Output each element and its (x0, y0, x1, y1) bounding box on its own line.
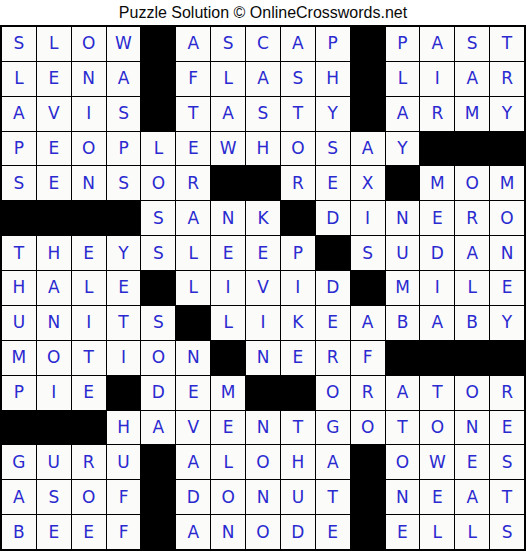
grid-cell: U (281, 480, 315, 514)
block-cell (211, 341, 245, 375)
grid-cell: T (2, 236, 36, 270)
grid-cell: R (281, 166, 315, 200)
block-cell (351, 97, 385, 131)
grid-cell: S (211, 27, 245, 61)
grid-cell: E (176, 132, 210, 166)
grid-cell: E (72, 236, 106, 270)
block-cell (2, 411, 36, 445)
grid-cell: G (316, 411, 350, 445)
grid-cell: L (455, 271, 489, 305)
grid-cell: U (37, 445, 71, 479)
grid-cell: P (2, 132, 36, 166)
grid-cell: E (420, 480, 454, 514)
grid-cell: Y (386, 132, 420, 166)
grid-cell: L (420, 515, 454, 549)
grid-cell: A (107, 62, 141, 96)
grid-cell: H (316, 62, 350, 96)
grid-cell: T (176, 97, 210, 131)
block-cell (37, 411, 71, 445)
grid-cell: A (420, 306, 454, 340)
block-cell (176, 306, 210, 340)
grid-cell: L (176, 236, 210, 270)
grid-cell: B (2, 515, 36, 549)
grid-cell: A (176, 27, 210, 61)
grid-cell: H (2, 271, 36, 305)
block-cell (141, 480, 175, 514)
grid-cell: I (281, 271, 315, 305)
grid-cell: A (176, 515, 210, 549)
grid-cell: N (211, 515, 245, 549)
grid-cell: I (37, 376, 71, 410)
grid-cell: O (72, 27, 106, 61)
grid-cell: M (420, 166, 454, 200)
block-cell (351, 515, 385, 549)
grid-cell: O (246, 445, 280, 479)
grid-cell: T (420, 376, 454, 410)
grid-cell: R (176, 166, 210, 200)
grid-cell: E (72, 515, 106, 549)
grid-cell: V (37, 97, 71, 131)
block-cell (490, 132, 524, 166)
crossword-grid: SLOWASCAPPASTLENAFLASHLIARAVISTASTYARMYP… (0, 25, 526, 551)
grid-cell: Y (316, 97, 350, 131)
block-cell (37, 201, 71, 235)
grid-cell: T (281, 97, 315, 131)
grid-cell: N (490, 236, 524, 270)
block-cell (107, 201, 141, 235)
grid-cell: M (490, 166, 524, 200)
grid-cell: A (246, 62, 280, 96)
block-cell (141, 27, 175, 61)
grid-cell: N (37, 306, 71, 340)
block-cell (107, 376, 141, 410)
grid-cell: T (316, 480, 350, 514)
grid-cell: E (37, 62, 71, 96)
grid-cell: E (420, 201, 454, 235)
grid-cell: N (72, 62, 106, 96)
grid-cell: S (490, 445, 524, 479)
block-cell (211, 166, 245, 200)
block-cell (246, 376, 280, 410)
grid-cell: L (211, 62, 245, 96)
block-cell (141, 515, 175, 549)
grid-cell: I (420, 62, 454, 96)
grid-cell: O (72, 132, 106, 166)
grid-cell: A (316, 445, 350, 479)
grid-cell: D (281, 515, 315, 549)
grid-cell: A (351, 132, 385, 166)
grid-cell: N (72, 166, 106, 200)
grid-cell: O (316, 376, 350, 410)
grid-cell: L (37, 27, 71, 61)
grid-cell: R (420, 97, 454, 131)
grid-cell: E (107, 271, 141, 305)
grid-cell: E (490, 411, 524, 445)
block-cell (281, 201, 315, 235)
grid-cell: L (176, 271, 210, 305)
grid-cell: N (246, 411, 280, 445)
grid-cell: N (246, 341, 280, 375)
grid-cell: A (176, 201, 210, 235)
grid-cell: O (351, 411, 385, 445)
grid-cell: E (72, 376, 106, 410)
grid-cell: E (386, 515, 420, 549)
grid-cell: L (211, 306, 245, 340)
grid-cell: N (455, 411, 489, 445)
grid-cell: R (490, 376, 524, 410)
grid-cell: P (386, 27, 420, 61)
grid-cell: P (2, 376, 36, 410)
grid-cell: D (316, 271, 350, 305)
grid-cell: A (386, 97, 420, 131)
grid-cell: H (246, 132, 280, 166)
grid-cell: H (107, 411, 141, 445)
grid-cell: A (281, 27, 315, 61)
grid-cell: O (490, 201, 524, 235)
grid-cell: W (107, 27, 141, 61)
block-cell (386, 341, 420, 375)
block-cell (455, 132, 489, 166)
grid-cell: K (246, 201, 280, 235)
grid-cell: D (141, 376, 175, 410)
grid-cell: A (386, 376, 420, 410)
grid-cell: R (72, 445, 106, 479)
grid-cell: E (211, 411, 245, 445)
block-cell (351, 27, 385, 61)
grid-cell: I (72, 97, 106, 131)
page-title: Puzzle Solution © OnlineCrosswords.net (0, 0, 526, 25)
grid-cell: F (351, 341, 385, 375)
block-cell (72, 411, 106, 445)
grid-cell: L (386, 62, 420, 96)
block-cell (141, 445, 175, 479)
grid-cell: P (316, 27, 350, 61)
grid-cell: S (281, 62, 315, 96)
grid-cell: O (211, 480, 245, 514)
grid-cell: S (141, 306, 175, 340)
grid-cell: A (211, 97, 245, 131)
grid-cell: L (211, 445, 245, 479)
grid-cell: S (246, 97, 280, 131)
grid-cell: N (246, 480, 280, 514)
grid-cell: L (2, 62, 36, 96)
grid-cell: G (2, 445, 36, 479)
grid-cell: N (386, 201, 420, 235)
grid-cell: E (316, 515, 350, 549)
grid-cell: H (281, 445, 315, 479)
grid-cell: Y (490, 97, 524, 131)
grid-cell: O (246, 515, 280, 549)
grid-cell: S (2, 27, 36, 61)
grid-cell: T (107, 306, 141, 340)
grid-cell: A (2, 97, 36, 131)
grid-cell: D (316, 201, 350, 235)
grid-cell: S (490, 515, 524, 549)
grid-cell: O (455, 376, 489, 410)
grid-cell: U (386, 236, 420, 270)
grid-cell: O (386, 445, 420, 479)
grid-cell: S (141, 236, 175, 270)
grid-cell: Y (490, 306, 524, 340)
grid-cell: O (141, 166, 175, 200)
grid-cell: E (37, 132, 71, 166)
grid-cell: A (37, 271, 71, 305)
block-cell (490, 341, 524, 375)
grid-cell: A (176, 445, 210, 479)
grid-cell: E (455, 445, 489, 479)
grid-cell: W (211, 132, 245, 166)
grid-cell: I (107, 341, 141, 375)
grid-cell: D (176, 480, 210, 514)
grid-cell: E (490, 271, 524, 305)
grid-cell: H (37, 236, 71, 270)
grid-cell: S (107, 166, 141, 200)
grid-cell: I (351, 201, 385, 235)
grid-cell: S (107, 97, 141, 131)
grid-cell: T (386, 411, 420, 445)
grid-cell: C (246, 27, 280, 61)
grid-cell: P (281, 236, 315, 270)
grid-cell: S (37, 480, 71, 514)
grid-cell: M (2, 341, 36, 375)
grid-cell: N (211, 201, 245, 235)
grid-cell: N (176, 341, 210, 375)
grid-cell: I (211, 271, 245, 305)
block-cell (351, 480, 385, 514)
grid-cell: O (455, 166, 489, 200)
grid-cell: I (420, 271, 454, 305)
grid-cell: M (455, 97, 489, 131)
grid-cell: N (386, 480, 420, 514)
grid-cell: M (211, 376, 245, 410)
grid-cell: T (72, 341, 106, 375)
grid-cell: R (490, 62, 524, 96)
grid-cell: A (351, 306, 385, 340)
grid-cell: K (281, 306, 315, 340)
grid-cell: F (107, 515, 141, 549)
grid-cell: O (37, 341, 71, 375)
grid-cell: R (455, 201, 489, 235)
grid-cell: P (107, 132, 141, 166)
grid-cell: E (281, 341, 315, 375)
grid-cell: O (281, 132, 315, 166)
grid-cell: L (72, 271, 106, 305)
grid-cell: S (351, 236, 385, 270)
grid-cell: A (141, 411, 175, 445)
grid-cell: I (72, 306, 106, 340)
grid-cell: I (246, 306, 280, 340)
grid-cell: V (246, 271, 280, 305)
grid-cell: S (2, 166, 36, 200)
grid-cell: E (211, 236, 245, 270)
block-cell (420, 132, 454, 166)
grid-cell: T (490, 27, 524, 61)
grid-cell: O (72, 480, 106, 514)
grid-cell: A (455, 236, 489, 270)
block-cell (420, 341, 454, 375)
block-cell (351, 271, 385, 305)
grid-cell: T (490, 480, 524, 514)
grid-cell: S (316, 132, 350, 166)
block-cell (2, 201, 36, 235)
grid-cell: O (141, 341, 175, 375)
grid-cell: L (455, 515, 489, 549)
grid-cell: S (141, 201, 175, 235)
grid-cell: W (420, 445, 454, 479)
grid-cell: F (176, 62, 210, 96)
grid-cell: T (281, 411, 315, 445)
grid-cell: S (455, 27, 489, 61)
grid-cell: U (107, 445, 141, 479)
block-cell (281, 376, 315, 410)
grid-cell: R (351, 376, 385, 410)
grid-cell: X (351, 166, 385, 200)
block-cell (386, 166, 420, 200)
block-cell (455, 341, 489, 375)
grid-cell: E (37, 166, 71, 200)
block-cell (141, 271, 175, 305)
grid-cell: E (176, 376, 210, 410)
grid-cell: A (2, 480, 36, 514)
grid-cell: B (386, 306, 420, 340)
grid-cell: R (316, 341, 350, 375)
grid-cell: B (455, 306, 489, 340)
grid-cell: E (37, 515, 71, 549)
block-cell (316, 236, 350, 270)
block-cell (141, 62, 175, 96)
grid-cell: M (386, 271, 420, 305)
grid-cell: D (420, 236, 454, 270)
block-cell (246, 166, 280, 200)
block-cell (351, 445, 385, 479)
grid-cell: E (316, 306, 350, 340)
grid-cell: U (2, 306, 36, 340)
block-cell (141, 97, 175, 131)
grid-cell: L (141, 132, 175, 166)
grid-cell: Y (107, 236, 141, 270)
grid-cell: F (107, 480, 141, 514)
grid-cell: V (176, 411, 210, 445)
grid-cell: A (455, 480, 489, 514)
grid-cell: O (420, 411, 454, 445)
grid-cell: E (246, 236, 280, 270)
block-cell (351, 62, 385, 96)
grid-cell: E (316, 166, 350, 200)
grid-cell: A (455, 62, 489, 96)
grid-cell: A (420, 27, 454, 61)
block-cell (72, 201, 106, 235)
